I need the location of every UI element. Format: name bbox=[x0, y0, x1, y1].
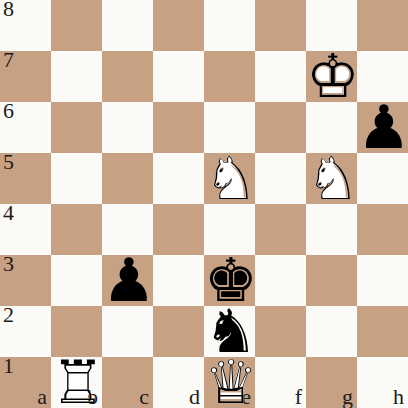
square-f7[interactable] bbox=[255, 51, 306, 102]
square-h8[interactable] bbox=[357, 0, 408, 51]
square-f5[interactable] bbox=[255, 153, 306, 204]
square-c3[interactable]: ♟ bbox=[102, 255, 153, 306]
rank-label-4: 4 bbox=[3, 200, 14, 226]
white-king-piece[interactable]: ♚♔ bbox=[306, 51, 357, 102]
square-h5[interactable] bbox=[357, 153, 408, 204]
square-b7[interactable] bbox=[51, 51, 102, 102]
piece-outline-layer: ♘ bbox=[204, 153, 255, 204]
chess-board: 87♚♔6♟5♞♘♞♘43♟♚2♞1ab♜♖cde♛♕fgh bbox=[0, 0, 408, 408]
square-d5[interactable] bbox=[153, 153, 204, 204]
square-c2[interactable] bbox=[102, 306, 153, 357]
piece-outline-layer: ♔ bbox=[306, 51, 357, 102]
square-g3[interactable] bbox=[306, 255, 357, 306]
square-b6[interactable] bbox=[51, 102, 102, 153]
square-d3[interactable] bbox=[153, 255, 204, 306]
rank-label-7: 7 bbox=[3, 47, 14, 73]
square-h2[interactable] bbox=[357, 306, 408, 357]
black-pawn-piece[interactable]: ♟ bbox=[102, 255, 153, 306]
file-label-d: d bbox=[189, 384, 200, 408]
square-h6[interactable]: ♟ bbox=[357, 102, 408, 153]
square-a5[interactable]: 5 bbox=[0, 153, 51, 204]
square-e1[interactable]: e♛♕ bbox=[204, 357, 255, 408]
square-b4[interactable] bbox=[51, 204, 102, 255]
square-a6[interactable]: 6 bbox=[0, 102, 51, 153]
square-d1[interactable]: d bbox=[153, 357, 204, 408]
square-b3[interactable] bbox=[51, 255, 102, 306]
square-g2[interactable] bbox=[306, 306, 357, 357]
file-label-a: a bbox=[37, 384, 47, 408]
square-d6[interactable] bbox=[153, 102, 204, 153]
square-b1[interactable]: b♜♖ bbox=[51, 357, 102, 408]
square-f4[interactable] bbox=[255, 204, 306, 255]
square-a4[interactable]: 4 bbox=[0, 204, 51, 255]
square-d7[interactable] bbox=[153, 51, 204, 102]
piece-outline-layer: ♕ bbox=[204, 357, 255, 408]
square-c1[interactable]: c bbox=[102, 357, 153, 408]
white-knight-piece[interactable]: ♞♘ bbox=[204, 153, 255, 204]
square-g5[interactable]: ♞♘ bbox=[306, 153, 357, 204]
square-e7[interactable] bbox=[204, 51, 255, 102]
square-e5[interactable]: ♞♘ bbox=[204, 153, 255, 204]
square-f2[interactable] bbox=[255, 306, 306, 357]
square-g4[interactable] bbox=[306, 204, 357, 255]
square-c5[interactable] bbox=[102, 153, 153, 204]
rank-label-5: 5 bbox=[3, 149, 14, 175]
piece-solid-layer: ♟ bbox=[102, 255, 153, 306]
square-b5[interactable] bbox=[51, 153, 102, 204]
file-label-g: g bbox=[342, 384, 353, 408]
square-c8[interactable] bbox=[102, 0, 153, 51]
rank-label-8: 8 bbox=[3, 0, 14, 22]
square-h3[interactable] bbox=[357, 255, 408, 306]
file-label-c: c bbox=[139, 384, 149, 408]
square-h4[interactable] bbox=[357, 204, 408, 255]
piece-solid-layer: ♟ bbox=[357, 102, 408, 153]
square-f3[interactable] bbox=[255, 255, 306, 306]
square-a7[interactable]: 7 bbox=[0, 51, 51, 102]
square-f8[interactable] bbox=[255, 0, 306, 51]
square-a2[interactable]: 2 bbox=[0, 306, 51, 357]
rank-label-6: 6 bbox=[3, 98, 14, 124]
square-g1[interactable]: g bbox=[306, 357, 357, 408]
white-queen-piece[interactable]: ♛♕ bbox=[204, 357, 255, 408]
white-rook-piece[interactable]: ♜♖ bbox=[51, 357, 102, 408]
file-label-h: h bbox=[393, 384, 404, 408]
square-e8[interactable] bbox=[204, 0, 255, 51]
square-d4[interactable] bbox=[153, 204, 204, 255]
square-b8[interactable] bbox=[51, 0, 102, 51]
black-pawn-piece[interactable]: ♟ bbox=[357, 102, 408, 153]
square-h1[interactable]: h bbox=[357, 357, 408, 408]
file-label-f: f bbox=[295, 384, 302, 408]
white-knight-piece[interactable]: ♞♘ bbox=[306, 153, 357, 204]
rank-label-3: 3 bbox=[3, 251, 14, 277]
rank-label-1: 1 bbox=[3, 353, 14, 379]
square-g7[interactable]: ♚♔ bbox=[306, 51, 357, 102]
piece-outline-layer: ♘ bbox=[306, 153, 357, 204]
square-a8[interactable]: 8 bbox=[0, 0, 51, 51]
square-f1[interactable]: f bbox=[255, 357, 306, 408]
square-c7[interactable] bbox=[102, 51, 153, 102]
square-c6[interactable] bbox=[102, 102, 153, 153]
square-a3[interactable]: 3 bbox=[0, 255, 51, 306]
square-d2[interactable] bbox=[153, 306, 204, 357]
rank-label-2: 2 bbox=[3, 302, 14, 328]
piece-outline-layer: ♖ bbox=[51, 357, 102, 408]
square-f6[interactable] bbox=[255, 102, 306, 153]
square-a1[interactable]: 1a bbox=[0, 357, 51, 408]
square-d8[interactable] bbox=[153, 0, 204, 51]
